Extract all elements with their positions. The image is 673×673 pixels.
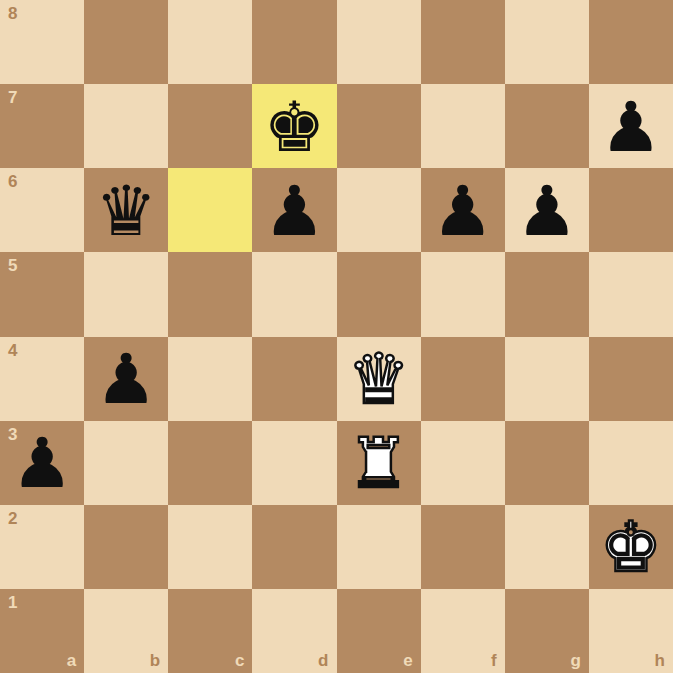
square-f5[interactable]: [421, 252, 505, 336]
square-f6[interactable]: ♟: [421, 168, 505, 252]
square-g6[interactable]: ♟: [505, 168, 589, 252]
square-a3[interactable]: 3♟: [0, 421, 84, 505]
square-b1[interactable]: b: [84, 589, 168, 673]
square-a6[interactable]: 6: [0, 168, 84, 252]
white-rook[interactable]: ♜: [348, 429, 410, 498]
square-g4[interactable]: [505, 337, 589, 421]
square-e1[interactable]: e: [337, 589, 421, 673]
black-pawn[interactable]: ♟: [516, 177, 578, 246]
square-d4[interactable]: [252, 337, 336, 421]
square-a7[interactable]: 7: [0, 84, 84, 168]
square-h7[interactable]: ♟: [589, 84, 673, 168]
square-a4[interactable]: 4: [0, 337, 84, 421]
square-b2[interactable]: [84, 505, 168, 589]
white-king[interactable]: ♚: [600, 513, 662, 582]
square-d8[interactable]: [252, 0, 336, 84]
square-d7[interactable]: ♚: [252, 84, 336, 168]
square-b6[interactable]: ♛: [84, 168, 168, 252]
square-f2[interactable]: [421, 505, 505, 589]
rank-label-5: 5: [8, 257, 17, 274]
black-pawn[interactable]: ♟: [264, 177, 326, 246]
square-g8[interactable]: [505, 0, 589, 84]
file-label-f: f: [491, 652, 497, 669]
square-a2[interactable]: 2: [0, 505, 84, 589]
black-pawn[interactable]: ♟: [600, 93, 662, 162]
square-d3[interactable]: [252, 421, 336, 505]
square-c4[interactable]: [168, 337, 252, 421]
square-e2[interactable]: [337, 505, 421, 589]
square-h4[interactable]: [589, 337, 673, 421]
black-pawn[interactable]: ♟: [11, 429, 73, 498]
square-f8[interactable]: [421, 0, 505, 84]
file-label-d: d: [318, 652, 328, 669]
square-e8[interactable]: [337, 0, 421, 84]
square-d2[interactable]: [252, 505, 336, 589]
square-c3[interactable]: [168, 421, 252, 505]
square-e6[interactable]: [337, 168, 421, 252]
rank-label-4: 4: [8, 342, 17, 359]
file-label-a: a: [67, 652, 76, 669]
white-queen[interactable]: ♛: [348, 345, 410, 414]
square-b7[interactable]: [84, 84, 168, 168]
square-a1[interactable]: 1a: [0, 589, 84, 673]
file-label-g: g: [570, 652, 580, 669]
square-c2[interactable]: [168, 505, 252, 589]
square-h1[interactable]: h: [589, 589, 673, 673]
square-b8[interactable]: [84, 0, 168, 84]
file-label-c: c: [235, 652, 244, 669]
rank-label-6: 6: [8, 173, 17, 190]
file-label-b: b: [150, 652, 160, 669]
square-b3[interactable]: [84, 421, 168, 505]
square-a8[interactable]: 8: [0, 0, 84, 84]
square-g5[interactable]: [505, 252, 589, 336]
square-c1[interactable]: c: [168, 589, 252, 673]
square-c8[interactable]: [168, 0, 252, 84]
square-g1[interactable]: g: [505, 589, 589, 673]
square-d6[interactable]: ♟: [252, 168, 336, 252]
file-label-h: h: [655, 652, 665, 669]
square-b5[interactable]: [84, 252, 168, 336]
square-c7[interactable]: [168, 84, 252, 168]
black-king[interactable]: ♚: [264, 93, 326, 162]
square-a5[interactable]: 5: [0, 252, 84, 336]
black-queen[interactable]: ♛: [95, 177, 157, 246]
square-g2[interactable]: [505, 505, 589, 589]
square-e5[interactable]: [337, 252, 421, 336]
square-f1[interactable]: f: [421, 589, 505, 673]
square-c5[interactable]: [168, 252, 252, 336]
square-d1[interactable]: d: [252, 589, 336, 673]
square-h6[interactable]: [589, 168, 673, 252]
rank-label-7: 7: [8, 89, 17, 106]
rank-label-1: 1: [8, 594, 17, 611]
square-h5[interactable]: [589, 252, 673, 336]
square-c6[interactable]: [168, 168, 252, 252]
square-h3[interactable]: [589, 421, 673, 505]
square-f4[interactable]: [421, 337, 505, 421]
rank-label-2: 2: [8, 510, 17, 527]
square-d5[interactable]: [252, 252, 336, 336]
chess-board: 87♚♟6♛♟♟♟54♟♛3♟♜2♚1abcdefgh: [0, 0, 673, 673]
square-g3[interactable]: [505, 421, 589, 505]
black-pawn[interactable]: ♟: [432, 177, 494, 246]
square-f3[interactable]: [421, 421, 505, 505]
square-g7[interactable]: [505, 84, 589, 168]
square-f7[interactable]: [421, 84, 505, 168]
square-e4[interactable]: ♛: [337, 337, 421, 421]
rank-label-8: 8: [8, 5, 17, 22]
square-h8[interactable]: [589, 0, 673, 84]
black-pawn[interactable]: ♟: [95, 345, 157, 414]
file-label-e: e: [403, 652, 412, 669]
square-h2[interactable]: ♚: [589, 505, 673, 589]
square-e7[interactable]: [337, 84, 421, 168]
square-b4[interactable]: ♟: [84, 337, 168, 421]
square-e3[interactable]: ♜: [337, 421, 421, 505]
